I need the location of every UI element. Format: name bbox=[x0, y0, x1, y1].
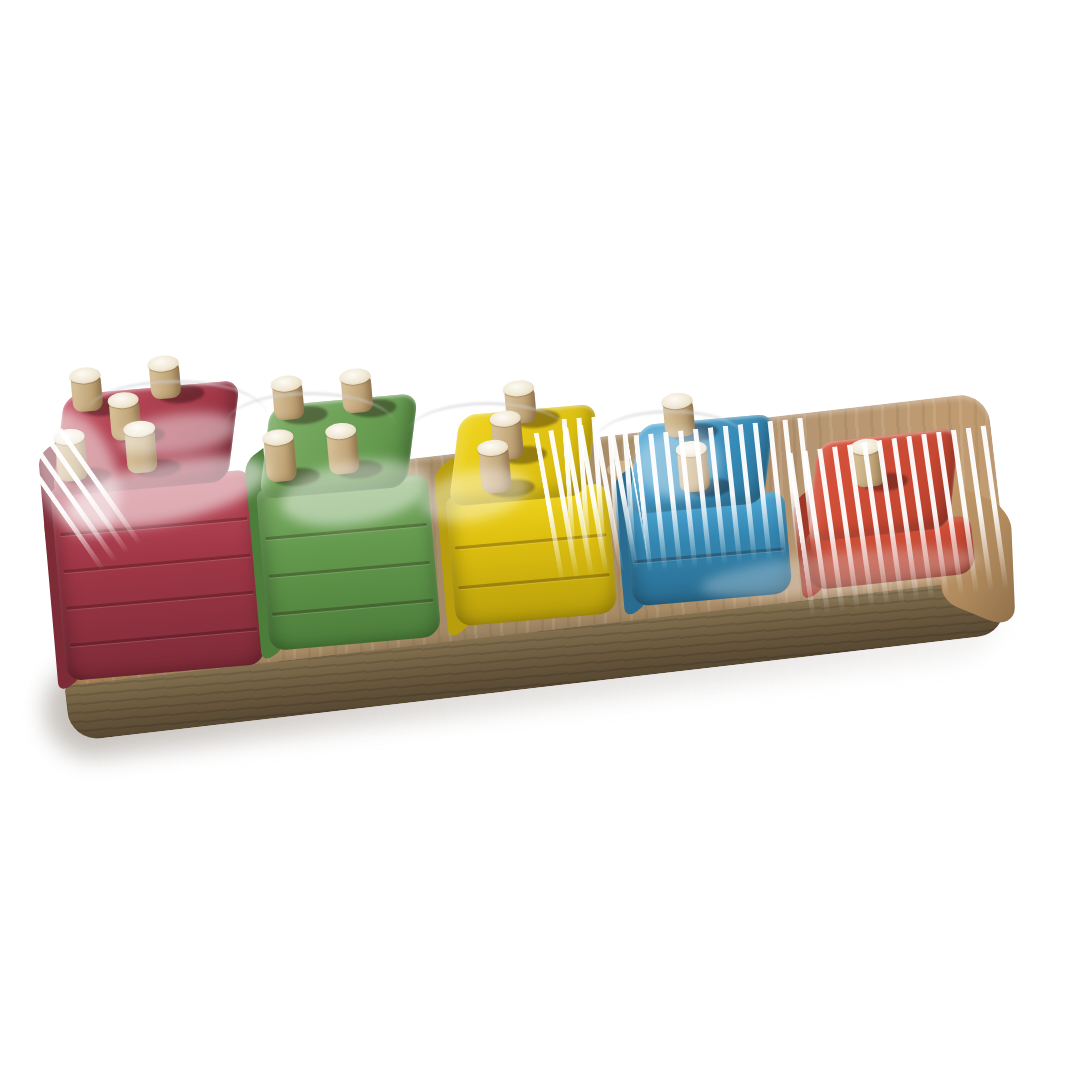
block-seam bbox=[269, 561, 430, 578]
stack-yellow bbox=[438, 403, 619, 646]
block-seam bbox=[70, 627, 258, 646]
stack-front-face bbox=[50, 470, 266, 682]
block-seam bbox=[458, 573, 610, 589]
block-seam bbox=[272, 599, 433, 616]
wooden-peg bbox=[478, 442, 512, 494]
stack-orange bbox=[796, 428, 978, 610]
wooden-peg bbox=[148, 357, 181, 400]
block-seam bbox=[634, 547, 784, 563]
stack-front-face bbox=[256, 475, 441, 651]
product-photo bbox=[0, 0, 1080, 1080]
block-seam bbox=[60, 517, 248, 536]
wooden-peg bbox=[340, 370, 373, 413]
stack-red bbox=[42, 380, 268, 701]
stack-green bbox=[249, 393, 443, 671]
block-seam bbox=[454, 533, 606, 549]
block-seam bbox=[66, 591, 254, 610]
wooden-peg bbox=[70, 369, 103, 413]
wooden-peg bbox=[263, 431, 297, 482]
stack-blue bbox=[618, 413, 795, 626]
wooden-peg bbox=[676, 442, 710, 493]
wooden-peg bbox=[662, 395, 695, 438]
wooden-peg bbox=[124, 423, 158, 475]
wooden-peg bbox=[325, 424, 359, 475]
wooden-peg bbox=[272, 378, 305, 421]
wooden-peg bbox=[851, 440, 886, 488]
block-seam bbox=[63, 554, 251, 573]
block-seam bbox=[265, 523, 426, 540]
wooden-peg bbox=[54, 430, 88, 482]
